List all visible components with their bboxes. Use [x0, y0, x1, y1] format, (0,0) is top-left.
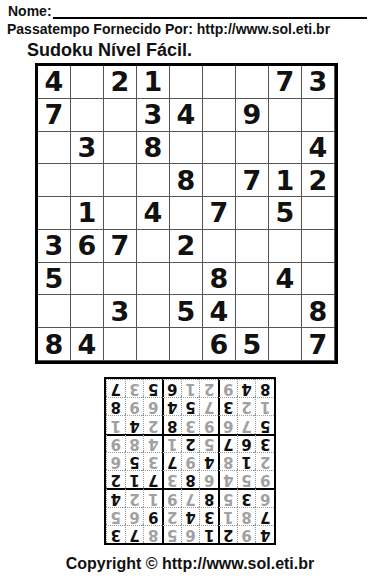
solution-cell-r6c8: 8: [125, 434, 144, 452]
solution-cell-r3c7: 1: [143, 488, 162, 506]
puzzle-cell-r3c8[interactable]: [269, 132, 302, 165]
solution-cell-r1c4: 1: [199, 525, 218, 543]
solution-cell-r4c7: 7: [143, 470, 162, 488]
puzzle-cell-r7c2[interactable]: [71, 263, 104, 296]
worksheet-page: Nome: Passatempo Fornecido Por: http://w…: [0, 0, 380, 585]
puzzle-cell-r2c6[interactable]: [203, 99, 236, 132]
solution-cell-r4c8: 1: [125, 470, 144, 488]
solution-cell-r9c4: 2: [199, 379, 218, 397]
puzzle-cell-r9c6[interactable]: 6: [203, 328, 236, 361]
puzzle-cell-r6c1[interactable]: 3: [38, 230, 71, 263]
puzzle-cell-r9c3[interactable]: [104, 328, 137, 361]
puzzle-cell-r8c3[interactable]: 3: [104, 295, 137, 328]
puzzle-cell-r7c4[interactable]: [137, 263, 170, 296]
solution-cell-r9c9: 7: [106, 379, 125, 397]
puzzle-cell-r8c2[interactable]: [71, 295, 104, 328]
solution-cell-r8c6: 4: [162, 397, 181, 415]
puzzle-cell-r8c5[interactable]: 5: [170, 295, 203, 328]
solution-cell-r1c9: 3: [106, 525, 125, 543]
solution-cell-r9c8: 3: [125, 379, 144, 397]
solution-cell-r9c2: 4: [237, 379, 256, 397]
solution-cell-r8c2: 2: [237, 397, 256, 415]
puzzle-cell-r7c1[interactable]: 5: [38, 263, 71, 296]
puzzle-cell-r1c9[interactable]: 3: [302, 66, 335, 99]
solution-cell-r5c4: 4: [199, 452, 218, 470]
solution-cell-r4c2: 5: [237, 470, 256, 488]
puzzle-cell-r2c4[interactable]: 3: [137, 99, 170, 132]
puzzle-cell-r6c6[interactable]: [203, 230, 236, 263]
solution-cell-r5c7: 3: [143, 452, 162, 470]
solution-cell-r2c1: 7: [255, 507, 274, 525]
solution-cell-r2c6: 2: [162, 507, 181, 525]
solution-cell-r6c6: 1: [162, 434, 181, 452]
puzzle-cell-r8c9[interactable]: 8: [302, 295, 335, 328]
solution-cell-r3c9: 4: [106, 488, 125, 506]
puzzle-cell-r9c1[interactable]: 8: [38, 328, 71, 361]
puzzle-cell-r1c7[interactable]: [236, 66, 269, 99]
copyright-text: Copyright © http://www.sol.eti.br: [0, 555, 380, 573]
page-title: Sudoku Nível Fácil.: [27, 40, 192, 61]
solution-cell-r4c5: 8: [181, 470, 200, 488]
solution-cell-r1c8: 7: [125, 525, 144, 543]
solution-cell-r7c5: 3: [181, 415, 200, 433]
solution-cell-r9c5: 1: [181, 379, 200, 397]
puzzle-cell-r7c5[interactable]: [170, 263, 203, 296]
puzzle-cell-r7c7[interactable]: [236, 263, 269, 296]
puzzle-cell-r4c8[interactable]: 1: [269, 164, 302, 197]
puzzle-cell-r6c3[interactable]: 7: [104, 230, 137, 263]
solution-cell-r6c4: 5: [199, 434, 218, 452]
puzzle-cell-r5c1[interactable]: [38, 197, 71, 230]
puzzle-cell-r3c1[interactable]: [38, 132, 71, 165]
sudoku-puzzle-grid: 421737349384871214753672584354884657: [35, 63, 338, 364]
puzzle-cell-r5c7[interactable]: [236, 197, 269, 230]
solution-cell-r1c2: 9: [237, 525, 256, 543]
puzzle-cell-r4c3[interactable]: [104, 164, 137, 197]
solution-cell-r8c9: 8: [106, 397, 125, 415]
puzzle-cell-r7c3[interactable]: [104, 263, 137, 296]
puzzle-cell-r2c2[interactable]: [71, 99, 104, 132]
puzzle-cell-r1c2[interactable]: [71, 66, 104, 99]
puzzle-cell-r5c2[interactable]: 1: [71, 197, 104, 230]
solution-cell-r9c3: 9: [218, 379, 237, 397]
solution-cell-r4c3: 4: [218, 470, 237, 488]
puzzle-cell-r6c4[interactable]: [137, 230, 170, 263]
puzzle-cell-r7c6[interactable]: 8: [203, 263, 236, 296]
solution-cell-r1c1: 4: [255, 525, 274, 543]
solution-cell-r2c7: 9: [143, 507, 162, 525]
solution-cell-r1c5: 6: [181, 525, 200, 543]
solution-cell-r8c5: 5: [181, 397, 200, 415]
puzzle-cell-r1c1[interactable]: 4: [38, 66, 71, 99]
puzzle-cell-r3c6[interactable]: [203, 132, 236, 165]
puzzle-cell-r8c1[interactable]: [38, 295, 71, 328]
puzzle-cell-r8c4[interactable]: [137, 295, 170, 328]
solution-cell-r8c1: 1: [255, 397, 274, 415]
solution-cell-r8c4: 7: [199, 397, 218, 415]
solution-cell-r4c4: 6: [199, 470, 218, 488]
solution-cell-r6c1: 3: [255, 434, 274, 452]
name-entry-line[interactable]: [53, 2, 367, 19]
puzzle-cell-r4c6[interactable]: [203, 164, 236, 197]
puzzle-cell-r7c9[interactable]: [302, 263, 335, 296]
puzzle-cell-r8c6[interactable]: 4: [203, 295, 236, 328]
puzzle-cell-r4c4[interactable]: [137, 164, 170, 197]
solution-cell-r1c7: 8: [143, 525, 162, 543]
puzzle-cell-r3c2[interactable]: 3: [71, 132, 104, 165]
puzzle-cell-r2c9[interactable]: [302, 99, 335, 132]
puzzle-cell-r5c3[interactable]: [104, 197, 137, 230]
puzzle-cell-r9c5[interactable]: [170, 328, 203, 361]
puzzle-cell-r9c9[interactable]: 7: [302, 328, 335, 361]
provided-by-text: Passatempo Fornecido Por: http://www.sol…: [7, 21, 330, 37]
solution-cell-r5c8: 5: [125, 452, 144, 470]
solution-cell-r2c2: 8: [237, 507, 256, 525]
solution-cell-r8c3: 3: [218, 397, 237, 415]
puzzle-cell-r4c5[interactable]: 8: [170, 164, 203, 197]
puzzle-cell-r4c9[interactable]: 2: [302, 164, 335, 197]
name-row: Nome:: [8, 2, 367, 19]
puzzle-cell-r5c4[interactable]: 4: [137, 197, 170, 230]
solution-cell-r8c7: 6: [143, 397, 162, 415]
solution-cell-r7c7: 2: [143, 415, 162, 433]
solution-cell-r7c4: 9: [199, 415, 218, 433]
solution-cell-r2c9: 5: [106, 507, 125, 525]
puzzle-cell-r3c9[interactable]: 4: [302, 132, 335, 165]
puzzle-cell-r6c9[interactable]: [302, 230, 335, 263]
puzzle-cell-r5c8[interactable]: 5: [269, 197, 302, 230]
solution-cell-r8c8: 9: [125, 397, 144, 415]
puzzle-cell-r5c5[interactable]: [170, 197, 203, 230]
solution-cell-r3c8: 2: [125, 488, 144, 506]
solution-cell-r7c9: 1: [106, 415, 125, 433]
puzzle-cell-r3c4[interactable]: 8: [137, 132, 170, 165]
solution-cell-r6c2: 6: [237, 434, 256, 452]
solution-cell-r6c5: 2: [181, 434, 200, 452]
puzzle-cell-r6c5[interactable]: 2: [170, 230, 203, 263]
sudoku-solution-grid-rotated: 4921658737813429656358791249546837122184…: [104, 377, 276, 545]
solution-cell-r5c3: 8: [218, 452, 237, 470]
solution-cell-r3c4: 8: [199, 488, 218, 506]
puzzle-cell-r2c1[interactable]: 7: [38, 99, 71, 132]
solution-cell-r2c4: 3: [199, 507, 218, 525]
solution-cell-r7c8: 4: [125, 415, 144, 433]
puzzle-cell-r1c3[interactable]: 2: [104, 66, 137, 99]
solution-cell-r4c9: 2: [106, 470, 125, 488]
puzzle-cell-r7c8[interactable]: 4: [269, 263, 302, 296]
puzzle-cell-r6c8[interactable]: [269, 230, 302, 263]
solution-cell-r6c3: 7: [218, 434, 237, 452]
puzzle-cell-r2c8[interactable]: [269, 99, 302, 132]
puzzle-cell-r4c7[interactable]: 7: [236, 164, 269, 197]
solution-cell-r5c6: 7: [162, 452, 181, 470]
puzzle-cell-r2c5[interactable]: 4: [170, 99, 203, 132]
puzzle-cell-r3c5[interactable]: [170, 132, 203, 165]
name-label: Nome:: [8, 3, 52, 19]
puzzle-cell-r9c2[interactable]: 4: [71, 328, 104, 361]
puzzle-cell-r5c9[interactable]: [302, 197, 335, 230]
solution-cell-r7c2: 7: [237, 415, 256, 433]
solution-cell-r4c1: 9: [255, 470, 274, 488]
puzzle-cell-r5c6[interactable]: 7: [203, 197, 236, 230]
puzzle-cell-r3c3[interactable]: [104, 132, 137, 165]
puzzle-cell-r1c6[interactable]: [203, 66, 236, 99]
solution-cell-r3c1: 6: [255, 488, 274, 506]
puzzle-cell-r1c8[interactable]: 7: [269, 66, 302, 99]
solution-cell-r7c6: 8: [162, 415, 181, 433]
solution-cell-r2c3: 1: [218, 507, 237, 525]
solution-cell-r7c1: 5: [255, 415, 274, 433]
puzzle-cell-r8c8[interactable]: [269, 295, 302, 328]
solution-cell-r6c7: 4: [143, 434, 162, 452]
puzzle-cell-r9c7[interactable]: 5: [236, 328, 269, 361]
solution-cell-r3c3: 5: [218, 488, 237, 506]
solution-cell-r5c5: 9: [181, 452, 200, 470]
puzzle-cell-r2c7[interactable]: 9: [236, 99, 269, 132]
puzzle-cell-r9c8[interactable]: [269, 328, 302, 361]
puzzle-cell-r6c7[interactable]: [236, 230, 269, 263]
solution-cell-r9c1: 8: [255, 379, 274, 397]
solution-cell-r5c9: 6: [106, 452, 125, 470]
puzzle-cell-r4c1[interactable]: [38, 164, 71, 197]
solution-cell-r4c6: 3: [162, 470, 181, 488]
puzzle-cell-r1c4[interactable]: 1: [137, 66, 170, 99]
solution-cell-r1c6: 5: [162, 525, 181, 543]
solution-cell-r5c2: 1: [237, 452, 256, 470]
puzzle-cell-r8c7[interactable]: [236, 295, 269, 328]
solution-cell-r3c2: 3: [237, 488, 256, 506]
solution-cell-r7c3: 6: [218, 415, 237, 433]
solution-cell-r9c7: 5: [143, 379, 162, 397]
puzzle-cell-r2c3[interactable]: [104, 99, 137, 132]
puzzle-cell-r1c5[interactable]: [170, 66, 203, 99]
puzzle-cell-r4c2[interactable]: [71, 164, 104, 197]
solution-cell-r9c6: 6: [162, 379, 181, 397]
puzzle-cell-r3c7[interactable]: [236, 132, 269, 165]
solution-cell-r1c3: 2: [218, 525, 237, 543]
puzzle-cell-r6c2[interactable]: 6: [71, 230, 104, 263]
solution-cell-r3c6: 9: [162, 488, 181, 506]
solution-cell-r3c5: 7: [181, 488, 200, 506]
solution-cell-r2c8: 6: [125, 507, 144, 525]
puzzle-cell-r9c4[interactable]: [137, 328, 170, 361]
solution-cell-r6c9: 9: [106, 434, 125, 452]
solution-cell-r5c1: 2: [255, 452, 274, 470]
solution-cell-r2c5: 4: [181, 507, 200, 525]
